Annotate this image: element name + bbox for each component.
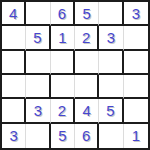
cell-r6c3[interactable]: 5 — [51, 124, 75, 148]
cell-r5c5[interactable]: 5 — [99, 99, 123, 123]
given-digit: 3 — [107, 30, 115, 45]
given-digit: 2 — [82, 30, 90, 45]
given-digit: 6 — [58, 6, 66, 21]
cell-r4c2[interactable] — [26, 75, 50, 99]
cell-r5c3[interactable]: 2 — [51, 99, 75, 123]
cell-r5c1[interactable] — [2, 99, 26, 123]
cell-r3c5[interactable] — [99, 51, 123, 75]
cell-r1c2[interactable] — [26, 2, 50, 26]
cell-r4c5[interactable] — [99, 75, 123, 99]
cell-r2c6[interactable] — [124, 26, 148, 50]
cell-r3c6[interactable] — [124, 51, 148, 75]
given-digit: 2 — [58, 103, 66, 118]
cell-r6c2[interactable] — [26, 124, 50, 148]
cell-r6c5[interactable] — [99, 124, 123, 148]
cell-r3c4[interactable] — [75, 51, 99, 75]
cell-r1c3[interactable]: 6 — [51, 2, 75, 26]
given-digit: 3 — [9, 128, 17, 143]
given-digit: 5 — [58, 128, 66, 143]
cell-r6c6[interactable]: 1 — [124, 124, 148, 148]
cell-r2c4[interactable]: 2 — [75, 26, 99, 50]
cell-r5c6[interactable] — [124, 99, 148, 123]
cell-r5c4[interactable]: 4 — [75, 99, 99, 123]
cell-r2c5[interactable]: 3 — [99, 26, 123, 50]
cell-r2c3[interactable]: 1 — [51, 26, 75, 50]
given-digit: 1 — [58, 30, 66, 45]
cell-r1c5[interactable] — [99, 2, 123, 26]
cell-r4c6[interactable] — [124, 75, 148, 99]
given-digit: 4 — [82, 103, 90, 118]
cell-r2c2[interactable]: 5 — [26, 26, 50, 50]
cell-r1c4[interactable]: 5 — [75, 2, 99, 26]
given-digit: 5 — [82, 6, 90, 21]
cell-r1c1[interactable]: 4 — [2, 2, 26, 26]
cell-r6c1[interactable]: 3 — [2, 124, 26, 148]
given-digit: 3 — [34, 103, 42, 118]
given-digit: 1 — [132, 128, 140, 143]
given-digit: 6 — [82, 128, 90, 143]
cell-r5c2[interactable]: 3 — [26, 99, 50, 123]
given-digit: 5 — [106, 103, 114, 118]
given-digit: 5 — [33, 30, 41, 45]
given-digit: 4 — [9, 6, 17, 21]
sudoku-board: 4653512332453561 — [0, 0, 150, 150]
cell-r3c3[interactable] — [51, 51, 75, 75]
cell-r4c4[interactable] — [75, 75, 99, 99]
cell-r4c1[interactable] — [2, 75, 26, 99]
cell-r3c2[interactable] — [26, 51, 50, 75]
cell-r1c6[interactable]: 3 — [124, 2, 148, 26]
cell-r4c3[interactable] — [51, 75, 75, 99]
cell-r3c1[interactable] — [2, 51, 26, 75]
cell-r6c4[interactable]: 6 — [75, 124, 99, 148]
cell-r2c1[interactable] — [2, 26, 26, 50]
given-digit: 3 — [132, 6, 140, 21]
